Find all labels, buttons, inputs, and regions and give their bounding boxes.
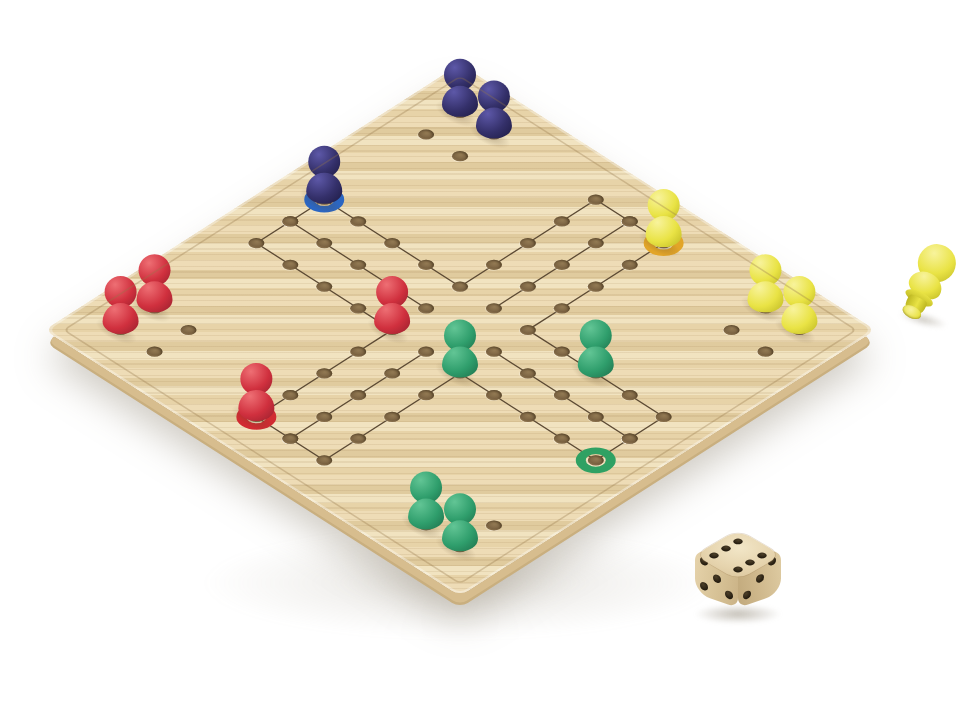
board-hole[interactable] — [584, 279, 607, 293]
board-hole[interactable] — [347, 214, 370, 228]
peg-base — [306, 173, 342, 204]
board-hole[interactable] — [517, 366, 540, 380]
peg-yellow[interactable] — [781, 276, 817, 334]
die-pip — [725, 589, 733, 600]
peg-base — [408, 499, 444, 530]
board-hole[interactable] — [313, 410, 336, 424]
board-hole[interactable] — [347, 431, 370, 445]
die-pip — [756, 573, 764, 584]
peg-base — [578, 346, 614, 377]
board-hole[interactable] — [347, 388, 370, 402]
ludo-scene — [0, 0, 960, 720]
peg-base — [442, 86, 478, 117]
die-pip — [731, 566, 744, 574]
peg-blue[interactable] — [476, 80, 512, 138]
board-hole[interactable] — [618, 431, 641, 445]
peg-green[interactable] — [442, 319, 478, 377]
peg-yellow[interactable] — [747, 254, 783, 312]
board-hole[interactable] — [313, 236, 336, 250]
die-pip — [713, 573, 721, 584]
fallen-yellow-peg[interactable] — [894, 243, 958, 339]
board-hole[interactable] — [347, 301, 370, 315]
board-hole[interactable] — [381, 366, 404, 380]
board-hole[interactable] — [551, 431, 574, 445]
board-hole[interactable] — [143, 344, 166, 358]
board-hole[interactable] — [483, 388, 506, 402]
board-hole[interactable] — [483, 301, 506, 315]
peg-base — [442, 346, 478, 377]
peg-red[interactable] — [103, 276, 139, 334]
board-hole[interactable] — [551, 214, 574, 228]
board-hole[interactable] — [279, 258, 302, 272]
board-hole[interactable] — [245, 236, 268, 250]
die-pip — [756, 551, 769, 559]
board-hole[interactable] — [279, 388, 302, 402]
board-hole[interactable] — [313, 366, 336, 380]
board-hole[interactable] — [517, 279, 540, 293]
board-hole[interactable] — [483, 258, 506, 272]
board-hole[interactable] — [415, 301, 438, 315]
board-hole[interactable] — [618, 388, 641, 402]
die-pip — [743, 559, 756, 567]
board-hole[interactable] — [551, 388, 574, 402]
board-hole[interactable] — [551, 301, 574, 315]
peg-base — [374, 303, 410, 334]
peg-base — [476, 107, 512, 138]
peg-base — [137, 281, 173, 312]
die-pip — [731, 537, 744, 545]
board-hole[interactable] — [347, 258, 370, 272]
board-hole[interactable] — [415, 388, 438, 402]
board-hole[interactable] — [584, 410, 607, 424]
board-hole[interactable] — [584, 236, 607, 250]
peg-blue[interactable] — [306, 146, 342, 204]
board-hole[interactable] — [449, 149, 472, 163]
peg-base — [747, 281, 783, 312]
die-pip — [707, 551, 720, 559]
peg-base — [442, 520, 478, 551]
board-hole[interactable] — [483, 518, 506, 532]
board-hole[interactable] — [483, 344, 506, 358]
board-grid — [87, 91, 834, 569]
board-hole[interactable] — [618, 214, 641, 228]
die-pip — [743, 589, 751, 600]
board-hole[interactable] — [415, 344, 438, 358]
board-hole[interactable] — [279, 214, 302, 228]
board-hole[interactable] — [517, 410, 540, 424]
board-hole[interactable] — [177, 323, 200, 337]
board-hole[interactable] — [279, 431, 302, 445]
peg-green[interactable] — [442, 493, 478, 551]
peg-blue[interactable] — [442, 59, 478, 117]
wooden-die[interactable] — [690, 524, 786, 628]
peg-yellow[interactable] — [646, 189, 682, 247]
board-hole[interactable] — [618, 258, 641, 272]
board-hole[interactable] — [720, 323, 743, 337]
board-hole[interactable] — [313, 453, 336, 467]
board-hole[interactable] — [449, 279, 472, 293]
board-hole[interactable] — [754, 344, 777, 358]
peg-base — [238, 390, 274, 421]
peg-green[interactable] — [578, 319, 614, 377]
peg-base — [646, 216, 682, 247]
board-hole[interactable] — [381, 236, 404, 250]
board-hole[interactable] — [415, 258, 438, 272]
board-hole[interactable] — [313, 279, 336, 293]
peg-yellow[interactable] — [889, 237, 960, 332]
peg-red[interactable] — [137, 254, 173, 312]
die-pip — [719, 544, 732, 552]
die-pip — [700, 581, 708, 592]
board-hole[interactable] — [551, 344, 574, 358]
board-surface — [44, 64, 876, 596]
peg-base — [781, 303, 817, 334]
board-hole[interactable] — [584, 192, 607, 206]
die-shadow — [694, 604, 782, 624]
peg-red[interactable] — [238, 363, 274, 421]
board-hole[interactable] — [415, 127, 438, 141]
peg-base — [103, 303, 139, 334]
board-hole[interactable] — [381, 410, 404, 424]
peg-red[interactable] — [374, 276, 410, 334]
board-hole[interactable] — [551, 258, 574, 272]
board-hole[interactable] — [517, 323, 540, 337]
board-hole[interactable] — [347, 344, 370, 358]
peg-green[interactable] — [408, 472, 444, 530]
board-hole[interactable] — [652, 410, 675, 424]
board-hole[interactable] — [517, 236, 540, 250]
